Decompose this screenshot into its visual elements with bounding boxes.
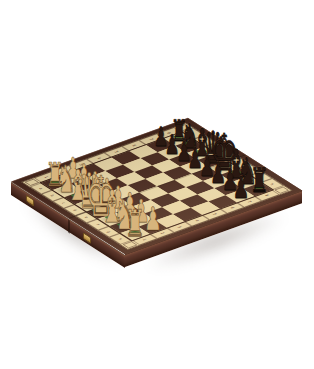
brass-clasp (83, 232, 91, 244)
fold-seam-side (68, 219, 70, 233)
product-photo: aa88bb77cc66dd55ee44ff33gg22hh11 ♜♞♝♛♚♝♞… (0, 0, 314, 369)
chess-board: aa88bb77cc66dd55ee44ff33gg22hh11 (11, 118, 302, 255)
brass-clasp (26, 195, 34, 207)
